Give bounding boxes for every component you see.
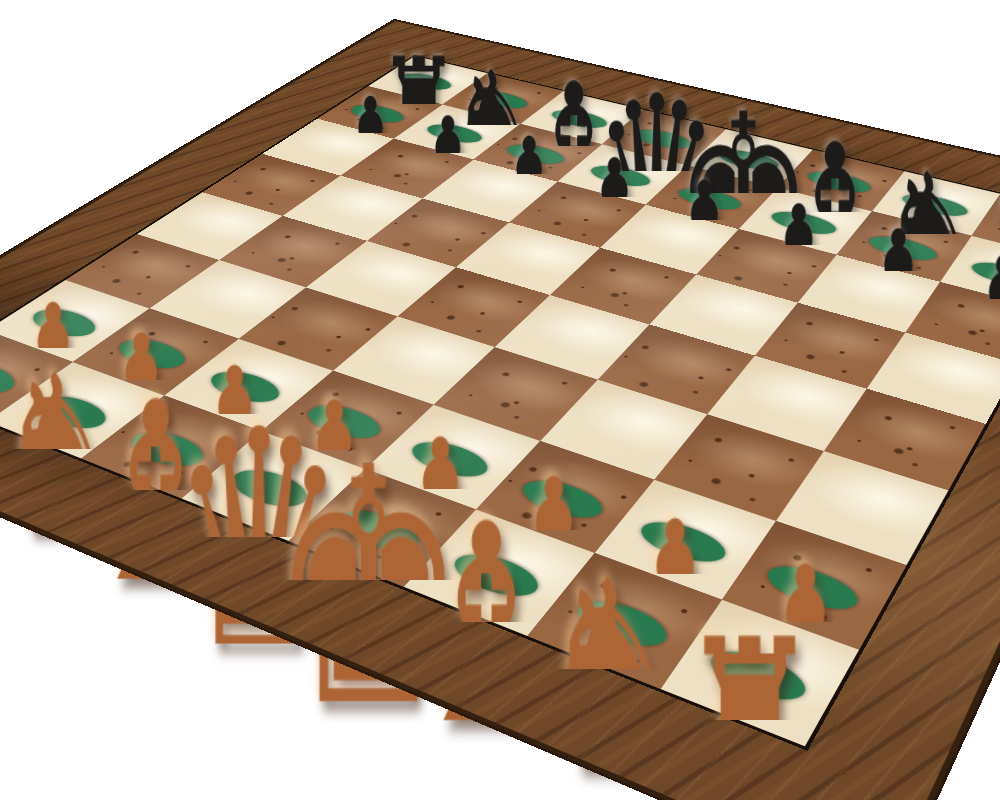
square-h1[interactable]: ♜ xyxy=(661,600,859,747)
board-grid: ♜♞♝♛♚♝♞♜♟♟♟♟♟♟♟♟♟♟♟♟♟♟♟♟♜♞♝♛♚♝♞♜ xyxy=(0,56,1000,746)
rook-glyph: ♜ xyxy=(678,619,822,800)
chess-board: ♜♞♝♛♚♝♞♜♟♟♟♟♟♟♟♟♟♟♟♟♟♟♟♟♜♞♝♛♚♝♞♜ xyxy=(0,20,1000,800)
product-photo-stage: ♜♞♝♛♚♝♞♜♟♟♟♟♟♟♟♟♟♟♟♟♟♟♟♟♜♞♝♛♚♝♞♜ xyxy=(0,0,1000,800)
photo-scene: ♜♞♝♛♚♝♞♜♟♟♟♟♟♟♟♟♟♟♟♟♟♟♟♟♜♞♝♛♚♝♞♜ xyxy=(0,0,1000,800)
